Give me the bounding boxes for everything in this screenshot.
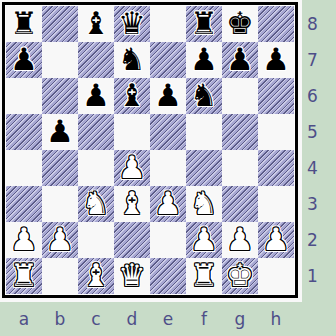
- square-a7[interactable]: ♟: [6, 42, 42, 78]
- file-label-g: g: [222, 304, 258, 334]
- white-pawn-e3[interactable]: ♟: [154, 188, 182, 219]
- square-b2[interactable]: ♟: [42, 222, 78, 258]
- square-a4[interactable]: [6, 150, 42, 186]
- square-b8[interactable]: [42, 6, 78, 42]
- rank-label-1: 1: [300, 258, 325, 294]
- black-knight-d7[interactable]: ♞: [118, 44, 146, 75]
- white-pawn-g2[interactable]: ♟: [226, 224, 254, 255]
- square-b7[interactable]: [42, 42, 78, 78]
- white-pawn-d4[interactable]: ♟: [118, 152, 146, 183]
- square-c6[interactable]: ♟: [78, 78, 114, 114]
- square-e5[interactable]: [150, 114, 186, 150]
- square-f2[interactable]: ♟: [186, 222, 222, 258]
- square-b6[interactable]: [42, 78, 78, 114]
- square-e2[interactable]: [150, 222, 186, 258]
- square-d7[interactable]: ♞: [114, 42, 150, 78]
- black-queen-d8[interactable]: ♛: [118, 8, 146, 39]
- white-knight-c3[interactable]: ♞: [82, 188, 110, 219]
- white-pawn-h2[interactable]: ♟: [262, 224, 290, 255]
- black-pawn-a7[interactable]: ♟: [10, 44, 38, 75]
- white-rook-f1[interactable]: ♜: [190, 260, 218, 291]
- black-pawn-g7[interactable]: ♟: [226, 44, 254, 75]
- square-f4[interactable]: [186, 150, 222, 186]
- white-king-g1[interactable]: ♚: [226, 260, 254, 291]
- square-f8[interactable]: ♜: [186, 6, 222, 42]
- chess-diagram: ♜♝♛♜♚♟♞♟♟♟♟♝♟♞♟♟♞♝♟♞♟♟♟♟♟♜♝♛♜♚ abcdefgh …: [0, 0, 336, 336]
- square-g4[interactable]: [222, 150, 258, 186]
- square-a1[interactable]: ♜: [6, 258, 42, 294]
- white-queen-d1[interactable]: ♛: [118, 260, 146, 291]
- white-pawn-b2[interactable]: ♟: [46, 224, 74, 255]
- square-d5[interactable]: [114, 114, 150, 150]
- square-d6[interactable]: ♝: [114, 78, 150, 114]
- square-f5[interactable]: [186, 114, 222, 150]
- square-d1[interactable]: ♛: [114, 258, 150, 294]
- file-label-f: f: [186, 304, 222, 334]
- file-label-b: b: [42, 304, 78, 334]
- square-e6[interactable]: ♟: [150, 78, 186, 114]
- square-a3[interactable]: [6, 186, 42, 222]
- square-h6[interactable]: [258, 78, 294, 114]
- square-g3[interactable]: [222, 186, 258, 222]
- file-label-e: e: [150, 304, 186, 334]
- square-f7[interactable]: ♟: [186, 42, 222, 78]
- white-bishop-d3[interactable]: ♝: [118, 188, 146, 219]
- square-c5[interactable]: [78, 114, 114, 150]
- file-coordinates: abcdefgh: [6, 304, 294, 334]
- rank-label-2: 2: [300, 222, 325, 258]
- square-b4[interactable]: [42, 150, 78, 186]
- black-rook-a8[interactable]: ♜: [10, 8, 38, 39]
- square-e8[interactable]: [150, 6, 186, 42]
- square-e1[interactable]: [150, 258, 186, 294]
- square-e3[interactable]: ♟: [150, 186, 186, 222]
- square-d4[interactable]: ♟: [114, 150, 150, 186]
- square-c4[interactable]: [78, 150, 114, 186]
- black-pawn-c6[interactable]: ♟: [82, 80, 110, 111]
- square-h7[interactable]: ♟: [258, 42, 294, 78]
- black-king-g8[interactable]: ♚: [226, 8, 254, 39]
- square-b3[interactable]: [42, 186, 78, 222]
- square-h4[interactable]: [258, 150, 294, 186]
- square-f1[interactable]: ♜: [186, 258, 222, 294]
- white-pawn-a2[interactable]: ♟: [10, 224, 38, 255]
- square-a2[interactable]: ♟: [6, 222, 42, 258]
- rank-coordinates: 87654321: [300, 6, 325, 294]
- square-g5[interactable]: [222, 114, 258, 150]
- board-frame: ♜♝♛♜♚♟♞♟♟♟♟♝♟♞♟♟♞♝♟♞♟♟♟♟♟♜♝♛♜♚: [2, 2, 298, 298]
- black-pawn-e6[interactable]: ♟: [154, 80, 182, 111]
- square-g7[interactable]: ♟: [222, 42, 258, 78]
- black-bishop-c8[interactable]: ♝: [82, 8, 110, 39]
- chess-board: ♜♝♛♜♚♟♞♟♟♟♟♝♟♞♟♟♞♝♟♞♟♟♟♟♟♜♝♛♜♚: [6, 6, 294, 294]
- white-pawn-f2[interactable]: ♟: [190, 224, 218, 255]
- square-d8[interactable]: ♛: [114, 6, 150, 42]
- square-a6[interactable]: [6, 78, 42, 114]
- black-knight-f6[interactable]: ♞: [190, 80, 218, 111]
- square-f6[interactable]: ♞: [186, 78, 222, 114]
- square-h2[interactable]: ♟: [258, 222, 294, 258]
- square-h1[interactable]: [258, 258, 294, 294]
- file-label-h: h: [258, 304, 294, 334]
- square-b1[interactable]: [42, 258, 78, 294]
- square-h3[interactable]: [258, 186, 294, 222]
- diagram-background: ♜♝♛♜♚♟♞♟♟♟♟♝♟♞♟♟♞♝♟♞♟♟♟♟♟♜♝♛♜♚: [0, 0, 302, 302]
- file-label-a: a: [6, 304, 42, 334]
- black-pawn-f7[interactable]: ♟: [190, 44, 218, 75]
- square-h8[interactable]: [258, 6, 294, 42]
- square-c2[interactable]: [78, 222, 114, 258]
- white-rook-a1[interactable]: ♜: [10, 260, 38, 291]
- square-e4[interactable]: [150, 150, 186, 186]
- square-c3[interactable]: ♞: [78, 186, 114, 222]
- square-b5[interactable]: ♟: [42, 114, 78, 150]
- square-g8[interactable]: ♚: [222, 6, 258, 42]
- square-a5[interactable]: [6, 114, 42, 150]
- black-bishop-d6[interactable]: ♝: [118, 80, 146, 111]
- white-knight-f3[interactable]: ♞: [190, 188, 218, 219]
- square-g2[interactable]: ♟: [222, 222, 258, 258]
- rank-label-6: 6: [300, 78, 325, 114]
- rank-label-5: 5: [300, 114, 325, 150]
- file-label-c: c: [78, 304, 114, 334]
- square-g1[interactable]: ♚: [222, 258, 258, 294]
- black-pawn-b5[interactable]: ♟: [46, 116, 74, 147]
- rank-label-3: 3: [300, 186, 325, 222]
- square-g6[interactable]: [222, 78, 258, 114]
- square-c7[interactable]: [78, 42, 114, 78]
- rank-label-8: 8: [300, 6, 325, 42]
- white-bishop-c1[interactable]: ♝: [82, 260, 110, 291]
- square-d3[interactable]: ♝: [114, 186, 150, 222]
- rank-label-7: 7: [300, 42, 325, 78]
- black-rook-f8[interactable]: ♜: [190, 8, 218, 39]
- file-label-d: d: [114, 304, 150, 334]
- square-c8[interactable]: ♝: [78, 6, 114, 42]
- black-pawn-h7[interactable]: ♟: [262, 44, 290, 75]
- square-a8[interactable]: ♜: [6, 6, 42, 42]
- square-e7[interactable]: [150, 42, 186, 78]
- square-c1[interactable]: ♝: [78, 258, 114, 294]
- rank-label-4: 4: [300, 150, 325, 186]
- square-d2[interactable]: [114, 222, 150, 258]
- square-h5[interactable]: [258, 114, 294, 150]
- square-f3[interactable]: ♞: [186, 186, 222, 222]
